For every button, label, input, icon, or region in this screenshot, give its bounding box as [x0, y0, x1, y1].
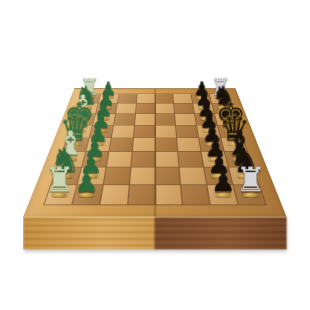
square-c4r7: [155, 94, 173, 103]
square-c2r5: [114, 114, 135, 125]
square-c3r6: [136, 103, 155, 113]
square-c2r7: [118, 94, 137, 103]
piece-gold-base: [79, 193, 94, 198]
square-c4r5: [155, 114, 175, 125]
chess-set-photo-scene: ♜♟♟♜♞♟♟♞♝♟♟♝♚♟♟♚♛♟♟♛♝♟♟♝♞♟♟♞♜♟♟♜: [0, 0, 310, 310]
piece-green-pawn: ♟: [64, 133, 109, 198]
square-c4r6: [155, 103, 174, 113]
chess-board-3d: ♜♟♟♜♞♟♟♞♝♟♟♝♚♟♟♚♛♟♟♛♝♟♟♝♞♟♟♞♜♟♟♜: [23, 88, 286, 216]
piece-gold-base: [243, 193, 258, 198]
square-c4r4: [155, 125, 176, 137]
square-c3r5: [135, 114, 155, 125]
square-c5r6: [174, 103, 194, 113]
square-c3r7: [137, 94, 155, 103]
square-c2r6: [116, 103, 136, 113]
square-c3r4: [134, 125, 155, 137]
square-c5r7: [174, 94, 193, 103]
board-front-edge: [23, 216, 286, 249]
piece-black-rook: ♜: [228, 133, 273, 198]
black-rook-glyph: ♜: [236, 163, 266, 197]
